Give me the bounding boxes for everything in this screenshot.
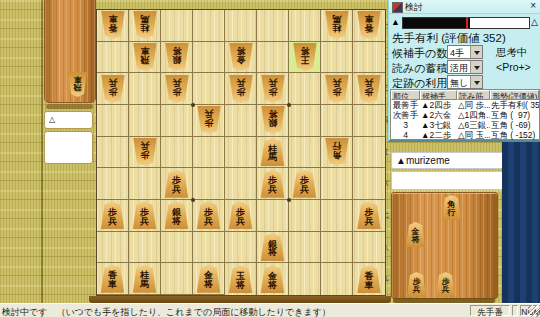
sente-piece-桂馬[interactable]: 桂馬 — [260, 138, 286, 166]
square-1五[interactable] — [353, 137, 385, 169]
candidate-cell: 互角 ( -69) — [490, 120, 539, 130]
column-header: 形勢(評価値) — [490, 90, 539, 100]
square-3八[interactable] — [289, 232, 321, 264]
gote-name-box: △ — [44, 111, 93, 129]
square-4五[interactable]: 桂馬 — [257, 137, 289, 169]
square-8八[interactable] — [129, 232, 161, 264]
gote-piece-銀将[interactable]: 銀将 — [260, 106, 286, 134]
square-7八[interactable] — [161, 232, 193, 264]
candidate-cell: ▲2四歩 — [420, 100, 457, 110]
gote-piece-歩兵[interactable]: 歩兵 — [196, 106, 222, 134]
column-header: 読み筋 — [457, 90, 490, 100]
candidate-cell: ▲2二歩 — [420, 130, 457, 140]
sente-piece-歩兵[interactable]: 歩兵 — [260, 170, 286, 198]
square-1一[interactable]: 香車 — [353, 10, 385, 42]
candidate-cell: 3 — [391, 120, 420, 130]
square-3七[interactable] — [289, 200, 321, 232]
joseki-dropdown[interactable]: 無し — [447, 75, 483, 89]
sente-info-box — [391, 171, 504, 190]
candidate-cell: ▲3七銀 — [420, 120, 457, 130]
square-6二[interactable] — [193, 42, 225, 74]
engine-level: <Pro+> — [496, 61, 531, 73]
square-3九[interactable] — [289, 263, 321, 295]
sente-piece-香車[interactable]: 香車 — [356, 265, 382, 293]
square-1八[interactable] — [353, 232, 385, 264]
gote-piece-歩兵[interactable]: 歩兵 — [356, 75, 382, 103]
square-2三[interactable]: 歩兵 — [321, 73, 353, 105]
square-2七[interactable] — [321, 200, 353, 232]
sente-piece-銀将[interactable]: 銀将 — [164, 201, 190, 229]
square-9三[interactable]: 歩兵 — [97, 73, 129, 105]
control-label: 定跡の利用 — [392, 77, 447, 89]
sente-piece-玉将[interactable]: 玉将 — [228, 265, 254, 293]
square-2二[interactable] — [321, 42, 353, 74]
square-9七[interactable]: 歩兵 — [97, 200, 129, 232]
status-bar: 検討中です （いつでも手を指したり、これまでの局面に移動したりできます） 先手番… — [0, 303, 540, 317]
square-5七[interactable]: 歩兵 — [225, 200, 257, 232]
gote-mark-icon: △ — [531, 17, 538, 27]
square-1七[interactable]: 歩兵 — [353, 200, 385, 232]
square-5二[interactable]: 金将 — [225, 42, 257, 74]
square-6五[interactable] — [193, 137, 225, 169]
shogi-board: 香車桂馬桂馬香車飛車銀将金将王将歩兵歩兵歩兵歩兵歩兵歩兵歩兵銀将歩兵桂馬角行歩兵… — [96, 9, 386, 296]
square-4四[interactable]: 銀将 — [257, 105, 289, 137]
square-8四[interactable] — [129, 105, 161, 137]
panel-title-text: 検討 — [405, 1, 423, 14]
square-6七[interactable]: 歩兵 — [193, 200, 225, 232]
square-3六[interactable]: 歩兵 — [289, 168, 321, 200]
square-5一[interactable] — [225, 10, 257, 42]
square-2四[interactable] — [321, 105, 353, 137]
square-1四[interactable] — [353, 105, 385, 137]
chevron-down-icon[interactable] — [470, 61, 482, 73]
star-point — [287, 198, 291, 202]
thinking-status: 思考中 — [496, 46, 528, 60]
square-3二[interactable]: 王将 — [289, 42, 321, 74]
sente-piece-歩兵[interactable]: 歩兵 — [100, 201, 126, 229]
column-header: 候補手 — [420, 90, 457, 100]
square-6一[interactable] — [193, 10, 225, 42]
sente-piece-銀将[interactable]: 銀将 — [260, 233, 286, 261]
square-9二[interactable] — [97, 42, 129, 74]
sente-piece-歩兵[interactable]: 歩兵 — [132, 201, 158, 229]
candidate-cell: △1四角... — [457, 110, 490, 120]
square-6九[interactable]: 金将 — [193, 263, 225, 295]
square-3一[interactable] — [289, 10, 321, 42]
evaluation-text: 先手有利 (評価値 352) — [392, 31, 506, 46]
square-5八[interactable] — [225, 232, 257, 264]
app-icon — [392, 2, 403, 13]
sente-piece-歩兵[interactable]: 歩兵 — [356, 201, 382, 229]
square-9四[interactable] — [97, 105, 129, 137]
desktop-background — [502, 142, 540, 303]
square-5六[interactable] — [225, 168, 257, 200]
square-7三[interactable]: 歩兵 — [161, 73, 193, 105]
square-4八[interactable]: 銀将 — [257, 232, 289, 264]
tray-shadow — [46, 104, 93, 109]
square-5三[interactable]: 歩兵 — [225, 73, 257, 105]
gote-piece-歩兵[interactable]: 歩兵 — [228, 75, 254, 103]
candidate-row[interactable]: 最善手▲2四歩△同 歩...先手有利( 352) — [391, 100, 539, 110]
file-labels: 987654321 — [96, 1, 384, 9]
square-8三[interactable] — [129, 73, 161, 105]
square-7六[interactable]: 歩兵 — [161, 168, 193, 200]
sente-piece-歩兵[interactable]: 歩兵 — [228, 201, 254, 229]
sente-name-box: ▲murizeme — [391, 152, 504, 169]
gote-mark: △ — [49, 115, 55, 124]
square-4三[interactable]: 歩兵 — [257, 73, 289, 105]
dropdown-value: 活用 — [450, 62, 468, 75]
dropdown-value: 4手 — [450, 47, 464, 60]
column-header: 順位 — [391, 90, 420, 100]
candidate-row[interactable]: 3▲3七銀△6三銀...互角 ( -69) — [391, 120, 539, 130]
sente-piece-香車[interactable]: 香車 — [100, 265, 126, 293]
gote-piece-香車[interactable]: 香車 — [100, 11, 126, 39]
square-6四[interactable]: 歩兵 — [193, 105, 225, 137]
square-1二[interactable] — [353, 42, 385, 74]
square-2六[interactable] — [321, 168, 353, 200]
candidate-cell: △6三銀... — [457, 120, 490, 130]
sente-player-name: ▲murizeme — [396, 155, 450, 166]
candidate-moves-table: 順位候補手読み筋形勢(評価値)最善手▲2四歩△同 歩...先手有利( 352)次… — [390, 89, 540, 140]
gote-piece-歩兵[interactable]: 歩兵 — [324, 75, 350, 103]
gote-piece-銀将[interactable]: 銀将 — [164, 43, 190, 71]
candidate-cell: 最善手 — [391, 100, 420, 110]
control-depth: 読みの蓄積 活用 <Pro+> — [392, 61, 448, 74]
square-8七[interactable]: 歩兵 — [129, 200, 161, 232]
square-9五[interactable] — [97, 137, 129, 169]
square-4二[interactable] — [257, 42, 289, 74]
app-window: 飛車 △ 987654321 一二三四五六七八九 香車桂馬桂馬香車飛車銀将金将王… — [0, 0, 540, 317]
square-7一[interactable] — [161, 10, 193, 42]
chevron-down-icon[interactable] — [470, 46, 482, 58]
star-point — [287, 103, 291, 107]
square-4六[interactable]: 歩兵 — [257, 168, 289, 200]
square-4一[interactable] — [257, 10, 289, 42]
status-cell — [512, 305, 518, 316]
table-header-row: 順位候補手読み筋形勢(評価値) — [391, 90, 539, 100]
sente-piece-桂馬[interactable]: 桂馬 — [132, 265, 158, 293]
square-6三[interactable] — [193, 73, 225, 105]
square-5九[interactable]: 玉将 — [225, 263, 257, 295]
square-7四[interactable] — [161, 105, 193, 137]
candidate-cell: 次善手 — [391, 110, 420, 120]
sente-piece-金将[interactable]: 金将 — [260, 265, 286, 293]
control-label: 読みの蓄積 — [392, 62, 448, 74]
square-2八[interactable] — [321, 232, 353, 264]
square-8一[interactable]: 桂馬 — [129, 10, 161, 42]
gote-piece-歩兵[interactable]: 歩兵 — [260, 75, 286, 103]
gote-piece-飛車[interactable]: 飛車 — [132, 43, 158, 71]
square-7五[interactable] — [161, 137, 193, 169]
close-icon[interactable]: × — [530, 0, 536, 11]
square-1九[interactable]: 香車 — [353, 263, 385, 295]
gote-piece-香車[interactable]: 香車 — [356, 11, 382, 39]
square-4九[interactable]: 金将 — [257, 263, 289, 295]
candidate-cell: ▲2六金 — [420, 110, 457, 120]
sente-piece-歩兵[interactable]: 歩兵 — [196, 201, 222, 229]
candidates-dropdown[interactable]: 4手 — [447, 45, 483, 59]
square-6八[interactable] — [193, 232, 225, 264]
square-7二[interactable]: 銀将 — [161, 42, 193, 74]
square-2五[interactable]: 角行 — [321, 137, 353, 169]
gote-piece-王将[interactable]: 王将 — [292, 43, 318, 71]
candidate-row[interactable]: 4▲2二歩△同 玉...互角 ( -152) — [391, 130, 539, 140]
square-1三[interactable]: 歩兵 — [353, 73, 385, 105]
gote-piece-歩兵[interactable]: 歩兵 — [132, 138, 158, 166]
evaluation-bar-marker — [466, 17, 468, 29]
sente-captured-tray: 角行金将歩兵歩兵 — [391, 192, 498, 299]
sente-piece-歩兵[interactable]: 歩兵 — [164, 170, 190, 198]
status-message: 検討中です （いつでも手を指したり、これまでの局面に移動したりできます） — [2, 306, 331, 317]
gote-piece-歩兵[interactable]: 歩兵 — [100, 75, 126, 103]
tatami-seam — [41, 0, 43, 303]
chevron-down-icon[interactable] — [470, 76, 482, 88]
panel-titlebar[interactable]: 検討 × — [389, 0, 540, 14]
square-9九[interactable]: 香車 — [97, 263, 129, 295]
square-6六[interactable] — [193, 168, 225, 200]
square-2一[interactable]: 桂馬 — [321, 10, 353, 42]
sente-mark-icon: ▲ — [391, 17, 400, 27]
board-base — [89, 296, 391, 303]
sente-piece-歩兵[interactable]: 歩兵 — [292, 170, 318, 198]
star-point — [191, 103, 195, 107]
square-7七[interactable]: 銀将 — [161, 200, 193, 232]
square-4七[interactable] — [257, 200, 289, 232]
square-3三[interactable] — [289, 73, 321, 105]
gote-piece-桂馬[interactable]: 桂馬 — [324, 11, 350, 39]
square-5五[interactable] — [225, 137, 257, 169]
candidate-cell: △同 歩... — [457, 100, 490, 110]
square-8五[interactable]: 歩兵 — [129, 137, 161, 169]
square-8六[interactable] — [129, 168, 161, 200]
gote-captured-tray: 飛車 — [44, 0, 96, 103]
candidate-cell: 4 — [391, 130, 420, 140]
control-label: 候補手の数 — [392, 47, 447, 59]
square-2九[interactable] — [321, 263, 353, 295]
star-point — [191, 198, 195, 202]
square-9八[interactable] — [97, 232, 129, 264]
square-1六[interactable] — [353, 168, 385, 200]
gote-piece-桂馬[interactable]: 桂馬 — [132, 11, 158, 39]
gote-info-box — [44, 131, 93, 164]
candidate-cell: △同 玉... — [457, 130, 490, 140]
wood-grain — [45, 0, 95, 102]
candidate-cell: 互角 ( 97) — [490, 110, 539, 120]
square-9六[interactable] — [97, 168, 129, 200]
evaluation-bar-fill — [403, 18, 470, 28]
analysis-panel: 検討 × ▲ △ 先手有利 (評価値 352) 候補手の数 4手 思考中 読みの… — [388, 0, 540, 142]
turn-indicator: 先手番 — [470, 305, 510, 316]
square-9一[interactable]: 香車 — [97, 10, 129, 42]
gote-piece-金将[interactable]: 金将 — [228, 43, 254, 71]
square-5四[interactable] — [225, 105, 257, 137]
control-joseki: 定跡の利用 無し — [392, 76, 447, 89]
square-8九[interactable]: 桂馬 — [129, 263, 161, 295]
square-7九[interactable] — [161, 263, 193, 295]
square-3五[interactable] — [289, 137, 321, 169]
control-candidates: 候補手の数 4手 思考中 — [392, 46, 447, 59]
square-8二[interactable]: 飛車 — [129, 42, 161, 74]
depth-dropdown[interactable]: 活用 — [447, 60, 483, 74]
resize-grip[interactable] — [528, 305, 540, 317]
gote-piece-角行[interactable]: 角行 — [324, 138, 350, 166]
evaluation-bar — [402, 17, 530, 29]
sente-piece-金将[interactable]: 金将 — [196, 265, 222, 293]
candidate-cell: 先手有利( 352) — [490, 100, 539, 110]
candidate-row[interactable]: 次善手▲2六金△1四角...互角 ( 97) — [391, 110, 539, 120]
candidate-cell: 互角 ( -152) — [490, 130, 539, 140]
square-3四[interactable] — [289, 105, 321, 137]
gote-piece-歩兵[interactable]: 歩兵 — [164, 75, 190, 103]
